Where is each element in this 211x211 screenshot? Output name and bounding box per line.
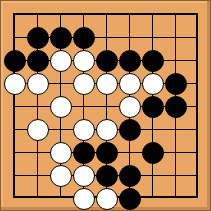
stone-black: ● [96,165,118,187]
point-e9[interactable] [95,3,118,26]
point-f2[interactable]: ● [118,164,141,187]
point-d4[interactable]: ● [72,118,95,141]
stone-black: ● [119,119,141,141]
point-h8[interactable] [164,26,187,49]
stone-white: ● [50,96,72,118]
point-b1[interactable] [26,187,49,210]
point-b8[interactable]: ● [26,26,49,49]
stone-black: ● [96,142,118,164]
point-j4[interactable] [187,118,210,141]
stone-black: ● [96,50,118,72]
stone-black: ● [165,96,187,118]
point-b3[interactable] [26,141,49,164]
point-f1[interactable]: ● [118,187,141,210]
stone-black: ● [119,165,141,187]
point-g2[interactable] [141,164,164,187]
stone-black: ● [27,50,49,72]
point-j6[interactable] [187,72,210,95]
point-d2[interactable]: ● [72,164,95,187]
point-g8[interactable] [141,26,164,49]
stone-white: ● [73,50,95,72]
point-a9[interactable] [3,3,26,26]
stone-white: ● [142,73,164,95]
point-a3[interactable] [3,141,26,164]
point-c1[interactable] [49,187,72,210]
point-g5[interactable]: ● [141,95,164,118]
point-a4[interactable] [3,118,26,141]
point-j1[interactable] [187,187,210,210]
point-d8[interactable]: ● [72,26,95,49]
stone-white: ● [27,119,49,141]
point-f5[interactable]: ● [118,95,141,118]
point-c3[interactable]: ● [49,141,72,164]
point-b7[interactable]: ● [26,49,49,72]
point-c5[interactable]: ● [49,95,72,118]
point-c8[interactable]: ● [49,26,72,49]
point-b5[interactable] [26,95,49,118]
stone-white: ● [27,73,49,95]
point-d7[interactable]: ● [72,49,95,72]
point-h2[interactable] [164,164,187,187]
point-h1[interactable] [164,187,187,210]
point-a6[interactable]: ● [3,72,26,95]
stones-layer: ●●●●●●●●●●●●●●●●●●●●●●●●●●●●●●●●●●●● [3,3,210,210]
point-c7[interactable]: ● [49,49,72,72]
point-e5[interactable] [95,95,118,118]
point-e2[interactable]: ● [95,164,118,187]
point-e8[interactable] [95,26,118,49]
point-g6[interactable]: ● [141,72,164,95]
point-d3[interactable]: ● [72,141,95,164]
point-b6[interactable]: ● [26,72,49,95]
point-g7[interactable]: ● [141,49,164,72]
stone-white: ● [50,165,72,187]
point-h3[interactable] [164,141,187,164]
stone-black: ● [119,188,141,210]
stone-white: ● [96,119,118,141]
point-j5[interactable] [187,95,210,118]
point-c2[interactable]: ● [49,164,72,187]
point-g9[interactable] [141,3,164,26]
point-g4[interactable] [141,118,164,141]
point-a8[interactable] [3,26,26,49]
point-c9[interactable] [49,3,72,26]
stone-white: ● [96,73,118,95]
go-board: ●●●●●●●●●●●●●●●●●●●●●●●●●●●●●●●●●●●● [0,0,211,211]
point-f8[interactable] [118,26,141,49]
stone-black: ● [119,50,141,72]
stone-black: ● [27,27,49,49]
point-e1[interactable]: ● [95,187,118,210]
stone-black: ● [73,27,95,49]
stone-white: ● [73,119,95,141]
point-a5[interactable] [3,95,26,118]
point-f6[interactable]: ● [118,72,141,95]
stone-black: ● [73,142,95,164]
point-f3[interactable] [118,141,141,164]
point-d6[interactable]: ● [72,72,95,95]
point-g1[interactable] [141,187,164,210]
stone-black: ● [4,50,26,72]
point-j3[interactable] [187,141,210,164]
point-h5[interactable]: ● [164,95,187,118]
point-d1[interactable]: ● [72,187,95,210]
point-j2[interactable] [187,164,210,187]
stone-black: ● [142,50,164,72]
stone-white: ● [50,50,72,72]
point-f9[interactable] [118,3,141,26]
point-e7[interactable]: ● [95,49,118,72]
stone-white: ● [73,188,95,210]
point-d9[interactable] [72,3,95,26]
point-h6[interactable]: ● [164,72,187,95]
point-d5[interactable] [72,95,95,118]
stone-white: ● [96,188,118,210]
point-a2[interactable] [3,164,26,187]
point-c4[interactable] [49,118,72,141]
stone-white: ● [119,73,141,95]
point-a1[interactable] [3,187,26,210]
point-b2[interactable] [26,164,49,187]
point-f7[interactable]: ● [118,49,141,72]
point-b9[interactable] [26,3,49,26]
stone-black: ● [50,27,72,49]
stone-black: ● [165,73,187,95]
point-a7[interactable]: ● [3,49,26,72]
stone-white: ● [119,96,141,118]
stone-black: ● [142,96,164,118]
point-j8[interactable] [187,26,210,49]
point-j9[interactable] [187,3,210,26]
point-h4[interactable] [164,118,187,141]
point-f4[interactable]: ● [118,118,141,141]
point-e3[interactable]: ● [95,141,118,164]
point-h9[interactable] [164,3,187,26]
point-h7[interactable] [164,49,187,72]
point-c6[interactable] [49,72,72,95]
stone-white: ● [73,73,95,95]
stone-black: ● [142,142,164,164]
point-e4[interactable]: ● [95,118,118,141]
point-g3[interactable]: ● [141,141,164,164]
stone-white: ● [50,142,72,164]
point-b4[interactable]: ● [26,118,49,141]
stone-white: ● [4,73,26,95]
point-j7[interactable] [187,49,210,72]
point-e6[interactable]: ● [95,72,118,95]
stone-white: ● [73,165,95,187]
